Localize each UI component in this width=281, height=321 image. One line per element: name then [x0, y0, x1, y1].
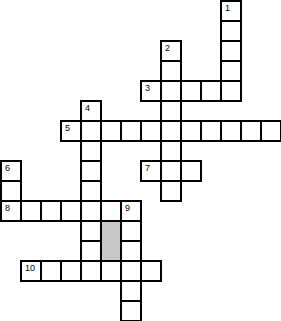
clue-number-9: 9: [125, 204, 130, 213]
clue-number-2: 2: [165, 44, 170, 53]
cell-c4-r10[interactable]: [80, 200, 102, 222]
cell-c5-r10[interactable]: [100, 200, 122, 222]
cell-c8-r6[interactable]: [160, 120, 182, 142]
cell-c4-r12[interactable]: [80, 240, 102, 262]
cell-c2-r13[interactable]: [40, 260, 62, 282]
cell-c5-r13[interactable]: [100, 260, 122, 282]
cell-c8-r2[interactable]: 2: [160, 40, 182, 62]
cell-c7-r4[interactable]: 3: [140, 80, 162, 102]
clue-number-7: 7: [145, 164, 150, 173]
cell-c10-r6[interactable]: [200, 120, 222, 142]
cell-c8-r4[interactable]: [160, 80, 182, 102]
cell-c4-r8[interactable]: [80, 160, 102, 182]
cell-c8-r5[interactable]: [160, 100, 182, 122]
cell-c4-r13[interactable]: [80, 260, 102, 282]
cell-c1-r10[interactable]: [20, 200, 42, 222]
clue-number-8: 8: [5, 204, 10, 213]
cell-c6-r13[interactable]: [120, 260, 142, 282]
clue-number-10: 10: [25, 264, 35, 273]
shaded-cell-block-c5[interactable]: [100, 220, 122, 262]
cell-c7-r8[interactable]: 7: [140, 160, 162, 182]
cell-c9-r8[interactable]: [180, 160, 202, 182]
cell-c4-r7[interactable]: [80, 140, 102, 162]
cell-c6-r12[interactable]: [120, 240, 142, 262]
clue-number-1: 1: [225, 4, 230, 13]
cell-c3-r13[interactable]: [60, 260, 82, 282]
cell-c11-r2[interactable]: [220, 40, 242, 62]
cell-c4-r6[interactable]: [80, 120, 102, 142]
cell-c11-r6[interactable]: [220, 120, 242, 142]
cell-c7-r13[interactable]: [140, 260, 162, 282]
cell-c13-r6[interactable]: [260, 120, 281, 142]
clue-number-4: 4: [85, 104, 90, 113]
clue-number-6: 6: [5, 164, 10, 173]
cell-c3-r10[interactable]: [60, 200, 82, 222]
cell-c12-r6[interactable]: [240, 120, 262, 142]
cell-c0-r9[interactable]: [0, 180, 22, 202]
clue-number-5: 5: [65, 124, 70, 133]
cell-c0-r8[interactable]: 6: [0, 160, 22, 182]
cell-c7-r6[interactable]: [140, 120, 162, 142]
cell-c8-r3[interactable]: [160, 60, 182, 82]
cell-c11-r4[interactable]: [220, 80, 242, 102]
cell-c4-r11[interactable]: [80, 220, 102, 242]
cell-c6-r6[interactable]: [120, 120, 142, 142]
cell-c8-r8[interactable]: [160, 160, 182, 182]
cell-c3-r6[interactable]: 5: [60, 120, 82, 142]
cell-c11-r1[interactable]: [220, 20, 242, 42]
clue-number-3: 3: [145, 84, 150, 93]
cell-c6-r14[interactable]: [120, 280, 142, 302]
cell-c9-r6[interactable]: [180, 120, 202, 142]
cell-c6-r15[interactable]: [120, 300, 142, 321]
cell-c11-r3[interactable]: [220, 60, 242, 82]
cell-c6-r10[interactable]: 9: [120, 200, 142, 222]
cell-c1-r13[interactable]: 10: [20, 260, 42, 282]
cell-c11-r0[interactable]: 1: [220, 0, 242, 22]
cell-c2-r10[interactable]: [40, 200, 62, 222]
crossword-grid: 12345678910: [0, 0, 281, 321]
cell-c0-r10[interactable]: 8: [0, 200, 22, 222]
cell-c4-r9[interactable]: [80, 180, 102, 202]
cell-c10-r4[interactable]: [200, 80, 222, 102]
cell-c9-r4[interactable]: [180, 80, 202, 102]
cell-c8-r9[interactable]: [160, 180, 182, 202]
cell-c8-r7[interactable]: [160, 140, 182, 162]
cell-c5-r6[interactable]: [100, 120, 122, 142]
cell-c6-r11[interactable]: [120, 220, 142, 242]
cell-c4-r5[interactable]: 4: [80, 100, 102, 122]
